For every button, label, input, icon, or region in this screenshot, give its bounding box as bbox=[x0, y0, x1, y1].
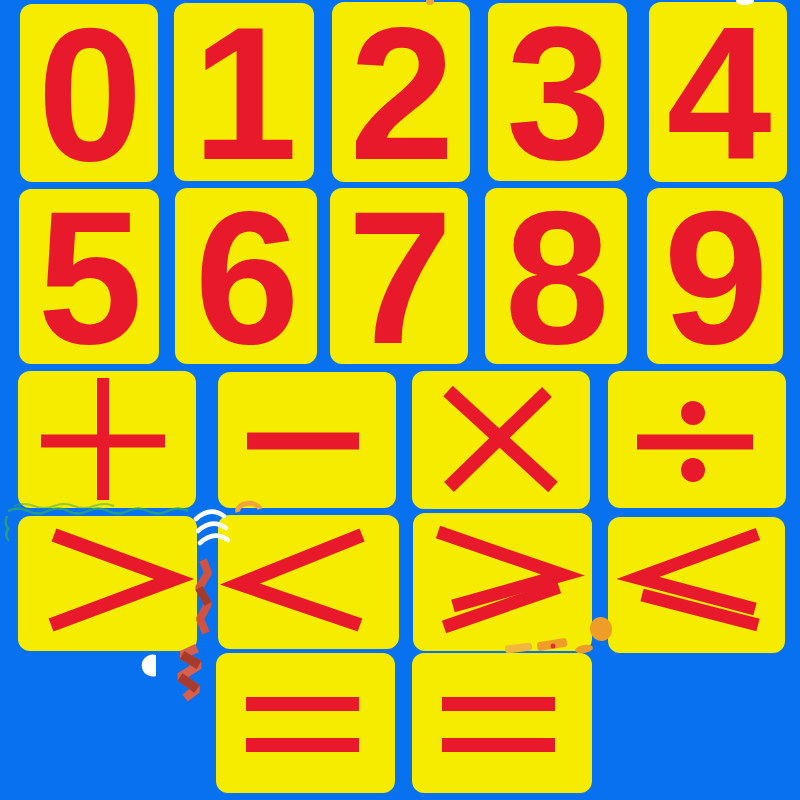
multiply-icon bbox=[412, 371, 590, 509]
card-less-than bbox=[218, 515, 399, 649]
plus-icon bbox=[18, 371, 196, 508]
digit-3: 3 bbox=[506, 0, 609, 188]
divide-icon bbox=[608, 371, 786, 508]
card-greater-than bbox=[18, 516, 197, 651]
card-1: 1 bbox=[174, 3, 314, 181]
card-6: 6 bbox=[175, 188, 317, 364]
card-4: 4 bbox=[649, 2, 787, 182]
card-3: 3 bbox=[488, 3, 627, 181]
digit-9: 9 bbox=[663, 183, 766, 372]
flashcards-photo: 0 1 2 3 4 5 6 7 8 9 bbox=[0, 0, 800, 800]
red-ribbon-icon bbox=[182, 655, 199, 665]
card-7: 7 bbox=[330, 188, 468, 364]
equals-icon bbox=[412, 653, 592, 793]
greater-or-equal-icon bbox=[413, 513, 592, 651]
red-ribbon-icon bbox=[199, 560, 208, 633]
white-crescent-icon bbox=[142, 654, 156, 676]
red-ribbon-icon bbox=[199, 588, 208, 604]
card-plus bbox=[18, 371, 196, 508]
card-multiply bbox=[412, 371, 590, 509]
card-minus bbox=[218, 372, 396, 508]
card-less-or-equal bbox=[608, 517, 785, 653]
green-streamer-icon bbox=[6, 516, 9, 541]
digit-8: 8 bbox=[504, 183, 607, 372]
digit-4: 4 bbox=[666, 0, 769, 188]
digit-2: 2 bbox=[349, 0, 452, 188]
card-equals-2 bbox=[412, 653, 592, 793]
red-ribbon-icon bbox=[180, 677, 197, 689]
digit-7: 7 bbox=[347, 183, 450, 372]
digit-1: 1 bbox=[192, 0, 295, 188]
less-than-icon bbox=[218, 515, 399, 649]
minus-icon bbox=[218, 372, 396, 508]
card-5: 5 bbox=[19, 189, 159, 364]
card-8: 8 bbox=[485, 188, 627, 364]
card-2: 2 bbox=[332, 2, 470, 182]
card-greater-or-equal bbox=[413, 513, 592, 651]
greater-than-icon bbox=[18, 516, 197, 651]
digit-6: 6 bbox=[194, 183, 297, 372]
card-0: 0 bbox=[20, 4, 158, 182]
card-equals-1 bbox=[216, 653, 395, 793]
card-divide bbox=[608, 371, 786, 508]
equals-icon bbox=[216, 653, 395, 793]
less-or-equal-icon bbox=[608, 517, 785, 653]
green-streamer-icon bbox=[8, 509, 188, 514]
digit-0: 0 bbox=[37, 0, 140, 189]
digit-5: 5 bbox=[37, 183, 140, 372]
card-9: 9 bbox=[647, 188, 783, 364]
red-ribbon-icon bbox=[180, 648, 199, 698]
